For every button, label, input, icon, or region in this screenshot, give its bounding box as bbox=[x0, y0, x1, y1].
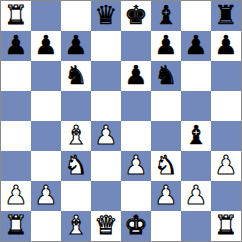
square-g2[interactable]: ♟ bbox=[181, 181, 211, 211]
square-b5[interactable] bbox=[31, 91, 61, 121]
white-bishop-piece[interactable]: ♝ bbox=[64, 212, 87, 238]
square-h5[interactable] bbox=[211, 91, 241, 121]
square-e8[interactable]: ♚ bbox=[121, 1, 151, 31]
square-f6[interactable]: ♞ bbox=[151, 61, 181, 91]
black-pawn-piece[interactable]: ♟ bbox=[154, 32, 177, 58]
black-pawn-piece[interactable]: ♟ bbox=[184, 32, 207, 58]
square-a3[interactable] bbox=[1, 151, 31, 181]
square-b1[interactable] bbox=[31, 211, 61, 241]
square-a8[interactable]: ♜ bbox=[1, 1, 31, 31]
square-c6[interactable]: ♞ bbox=[61, 61, 91, 91]
square-f8[interactable]: ♝ bbox=[151, 1, 181, 31]
square-b8[interactable] bbox=[31, 1, 61, 31]
square-f7[interactable]: ♟ bbox=[151, 31, 181, 61]
square-f4[interactable] bbox=[151, 121, 181, 151]
square-c2[interactable] bbox=[61, 181, 91, 211]
black-pawn-piece[interactable]: ♟ bbox=[214, 32, 237, 58]
square-d3[interactable] bbox=[91, 151, 121, 181]
white-king-piece[interactable]: ♚ bbox=[124, 212, 147, 238]
square-g6[interactable] bbox=[181, 61, 211, 91]
square-b7[interactable]: ♟ bbox=[31, 31, 61, 61]
square-h1[interactable]: ♜ bbox=[211, 211, 241, 241]
white-knight-piece[interactable]: ♞ bbox=[154, 152, 177, 178]
black-queen-piece[interactable]: ♛ bbox=[94, 2, 117, 28]
white-pawn-piece[interactable]: ♟ bbox=[124, 152, 147, 178]
black-king-piece[interactable]: ♚ bbox=[124, 2, 147, 28]
square-c3[interactable]: ♞ bbox=[61, 151, 91, 181]
square-h8[interactable]: ♜ bbox=[211, 1, 241, 31]
white-knight-piece[interactable]: ♞ bbox=[64, 152, 87, 178]
square-e3[interactable]: ♟ bbox=[121, 151, 151, 181]
black-pawn-piece[interactable]: ♟ bbox=[4, 32, 27, 58]
square-g8[interactable] bbox=[181, 1, 211, 31]
square-d5[interactable] bbox=[91, 91, 121, 121]
square-d7[interactable] bbox=[91, 31, 121, 61]
square-e4[interactable] bbox=[121, 121, 151, 151]
white-pawn-piece[interactable]: ♟ bbox=[34, 182, 57, 208]
square-a4[interactable] bbox=[1, 121, 31, 151]
square-h3[interactable]: ♟ bbox=[211, 151, 241, 181]
white-rook-piece[interactable]: ♜ bbox=[214, 212, 237, 238]
square-e2[interactable] bbox=[121, 181, 151, 211]
black-bishop-piece[interactable]: ♝ bbox=[184, 122, 207, 148]
black-pawn-piece[interactable]: ♟ bbox=[34, 32, 57, 58]
white-rook-piece[interactable]: ♜ bbox=[4, 212, 27, 238]
square-d6[interactable] bbox=[91, 61, 121, 91]
square-g7[interactable]: ♟ bbox=[181, 31, 211, 61]
square-b4[interactable] bbox=[31, 121, 61, 151]
square-a6[interactable] bbox=[1, 61, 31, 91]
white-pawn-piece[interactable]: ♟ bbox=[154, 182, 177, 208]
square-e1[interactable]: ♚ bbox=[121, 211, 151, 241]
black-bishop-piece[interactable]: ♝ bbox=[154, 2, 177, 28]
square-b2[interactable]: ♟ bbox=[31, 181, 61, 211]
square-e6[interactable]: ♟ bbox=[121, 61, 151, 91]
square-a7[interactable]: ♟ bbox=[1, 31, 31, 61]
square-f2[interactable]: ♟ bbox=[151, 181, 181, 211]
white-queen-piece[interactable]: ♛ bbox=[94, 212, 117, 238]
square-c4[interactable]: ♝ bbox=[61, 121, 91, 151]
square-g3[interactable] bbox=[181, 151, 211, 181]
white-pawn-piece[interactable]: ♟ bbox=[184, 182, 207, 208]
square-f5[interactable] bbox=[151, 91, 181, 121]
square-b6[interactable] bbox=[31, 61, 61, 91]
square-g1[interactable] bbox=[181, 211, 211, 241]
square-d1[interactable]: ♛ bbox=[91, 211, 121, 241]
black-rook-piece[interactable]: ♜ bbox=[214, 2, 237, 28]
square-h2[interactable] bbox=[211, 181, 241, 211]
square-g4[interactable]: ♝ bbox=[181, 121, 211, 151]
black-knight-piece[interactable]: ♞ bbox=[64, 62, 87, 88]
white-pawn-piece[interactable]: ♟ bbox=[214, 152, 237, 178]
square-c8[interactable] bbox=[61, 1, 91, 31]
square-f3[interactable]: ♞ bbox=[151, 151, 181, 181]
square-e7[interactable] bbox=[121, 31, 151, 61]
square-a2[interactable]: ♟ bbox=[1, 181, 31, 211]
square-a1[interactable]: ♜ bbox=[1, 211, 31, 241]
white-rook-piece[interactable]: ♜ bbox=[4, 2, 27, 28]
square-c1[interactable]: ♝ bbox=[61, 211, 91, 241]
square-c7[interactable]: ♟ bbox=[61, 31, 91, 61]
square-b3[interactable] bbox=[31, 151, 61, 181]
square-d4[interactable]: ♟ bbox=[91, 121, 121, 151]
square-d8[interactable]: ♛ bbox=[91, 1, 121, 31]
black-pawn-piece[interactable]: ♟ bbox=[124, 62, 147, 88]
square-a5[interactable] bbox=[1, 91, 31, 121]
square-f1[interactable] bbox=[151, 211, 181, 241]
square-g5[interactable] bbox=[181, 91, 211, 121]
white-pawn-piece[interactable]: ♟ bbox=[94, 122, 117, 148]
white-bishop-piece[interactable]: ♝ bbox=[64, 122, 87, 148]
black-knight-piece[interactable]: ♞ bbox=[154, 62, 177, 88]
square-d2[interactable] bbox=[91, 181, 121, 211]
black-pawn-piece[interactable]: ♟ bbox=[64, 32, 87, 58]
square-e5[interactable] bbox=[121, 91, 151, 121]
chess-board: ♜♛♚♝♜♟♟♟♟♟♟♞♟♞♝♟♝♞♟♞♟♟♟♟♟♜♝♛♚♜ bbox=[0, 0, 242, 242]
square-c5[interactable] bbox=[61, 91, 91, 121]
square-h6[interactable] bbox=[211, 61, 241, 91]
square-h7[interactable]: ♟ bbox=[211, 31, 241, 61]
square-h4[interactable] bbox=[211, 121, 241, 151]
white-pawn-piece[interactable]: ♟ bbox=[4, 182, 27, 208]
